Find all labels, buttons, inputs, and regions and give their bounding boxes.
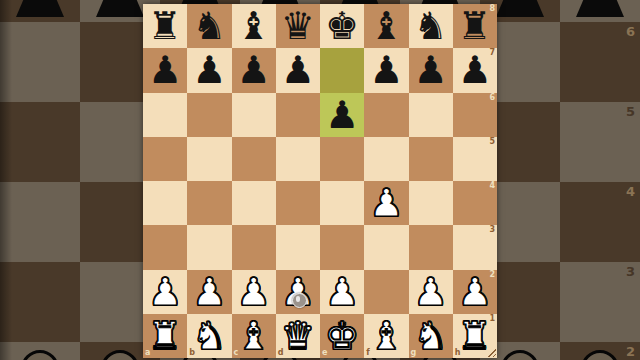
board-square-d1[interactable]: ♛d bbox=[276, 314, 320, 358]
board-square-d6[interactable] bbox=[276, 93, 320, 137]
black-piece-g8[interactable]: ♞ bbox=[414, 7, 448, 45]
black-piece-h7[interactable]: ♟ bbox=[458, 51, 492, 89]
board-square-h6[interactable]: 6 bbox=[453, 93, 497, 137]
white-piece-b2[interactable]: ♟ bbox=[192, 273, 226, 311]
white-piece-f1[interactable]: ♝ bbox=[369, 317, 403, 355]
background-square bbox=[0, 22, 80, 102]
black-piece-f8[interactable]: ♝ bbox=[369, 7, 403, 45]
board-square-f5[interactable] bbox=[364, 137, 408, 181]
board-square-d7[interactable]: ♟ bbox=[276, 48, 320, 92]
black-piece-f7[interactable]: ♟ bbox=[369, 51, 403, 89]
rank-label-2: 2 bbox=[489, 271, 495, 279]
rank-label-6: 6 bbox=[489, 94, 495, 102]
board-square-g6[interactable] bbox=[409, 93, 453, 137]
black-piece-b8[interactable]: ♞ bbox=[192, 7, 226, 45]
rank-label-4: 4 bbox=[489, 182, 495, 190]
white-piece-b1[interactable]: ♞ bbox=[192, 317, 226, 355]
background-rank-label-5: 5 bbox=[626, 105, 635, 118]
board-square-c5[interactable] bbox=[232, 137, 276, 181]
board-resize-handle-icon[interactable] bbox=[487, 348, 496, 357]
background-white-pawn-icon bbox=[501, 350, 539, 360]
board-square-b2[interactable]: ♟ bbox=[187, 270, 231, 314]
board-square-h7[interactable]: ♟7 bbox=[453, 48, 497, 92]
left-edge-vignette bbox=[0, 0, 12, 360]
background-square: 5 bbox=[560, 102, 640, 182]
board-square-h1[interactable]: ♜h1 bbox=[453, 314, 497, 358]
board-square-f4[interactable]: ♟ bbox=[364, 181, 408, 225]
black-piece-e8[interactable]: ♚ bbox=[325, 7, 359, 45]
board-square-f1[interactable]: ♝f bbox=[364, 314, 408, 358]
background-black-pawn-icon bbox=[96, 0, 144, 17]
white-piece-g1[interactable]: ♞ bbox=[414, 317, 448, 355]
grab-cursor-icon bbox=[292, 293, 307, 308]
background-square: 4 bbox=[560, 182, 640, 262]
background-square bbox=[0, 0, 80, 22]
board-square-g1[interactable]: ♞g bbox=[409, 314, 453, 358]
board-square-h4[interactable]: 4 bbox=[453, 181, 497, 225]
background-square bbox=[0, 182, 80, 262]
board-square-c3[interactable] bbox=[232, 225, 276, 269]
file-label-h: h bbox=[455, 349, 461, 357]
board-square-g7[interactable]: ♟ bbox=[409, 48, 453, 92]
board-square-b7[interactable]: ♟ bbox=[187, 48, 231, 92]
board-square-e8[interactable]: ♚ bbox=[320, 4, 364, 48]
board-square-b4[interactable] bbox=[187, 181, 231, 225]
white-piece-g2[interactable]: ♟ bbox=[414, 273, 448, 311]
background-square bbox=[0, 262, 80, 342]
board-square-a3[interactable] bbox=[143, 225, 187, 269]
black-piece-a8[interactable]: ♜ bbox=[148, 7, 182, 45]
board-square-e2[interactable]: ♟ bbox=[320, 270, 364, 314]
black-piece-d8[interactable]: ♛ bbox=[281, 7, 315, 45]
board-square-b1[interactable]: ♞b bbox=[187, 314, 231, 358]
board-square-e3[interactable] bbox=[320, 225, 364, 269]
board-square-c4[interactable] bbox=[232, 181, 276, 225]
board-square-f7[interactable]: ♟ bbox=[364, 48, 408, 92]
chess-board[interactable]: ♜♞♝♛♚♝♞♜8♟♟♟♟♟♟♟7♟65♟43♟♟♟♟♟♟♟2♜a♞b♝c♛d♚… bbox=[143, 4, 497, 358]
board-square-d8[interactable]: ♛ bbox=[276, 4, 320, 48]
background-white-pawn-icon bbox=[21, 350, 59, 360]
board-square-f8[interactable]: ♝ bbox=[364, 4, 408, 48]
board-square-a6[interactable] bbox=[143, 93, 187, 137]
background-black-pawn-icon bbox=[16, 0, 64, 17]
board-square-c2[interactable]: ♟ bbox=[232, 270, 276, 314]
board-square-f3[interactable] bbox=[364, 225, 408, 269]
white-piece-h2[interactable]: ♟ bbox=[458, 273, 492, 311]
board-square-b6[interactable] bbox=[187, 93, 231, 137]
board-square-f2[interactable] bbox=[364, 270, 408, 314]
white-piece-c2[interactable]: ♟ bbox=[237, 273, 271, 311]
board-square-b3[interactable] bbox=[187, 225, 231, 269]
board-square-e7[interactable] bbox=[320, 48, 364, 92]
board-square-e6[interactable]: ♟ bbox=[320, 93, 364, 137]
board-square-a2[interactable]: ♟ bbox=[143, 270, 187, 314]
white-piece-a1[interactable]: ♜ bbox=[148, 317, 182, 355]
background-square: 2 bbox=[560, 342, 640, 360]
file-label-d: d bbox=[278, 349, 284, 357]
file-label-b: b bbox=[189, 349, 195, 357]
board-square-h3[interactable]: 3 bbox=[453, 225, 497, 269]
board-square-g4[interactable] bbox=[409, 181, 453, 225]
black-piece-g7[interactable]: ♟ bbox=[414, 51, 448, 89]
rank-label-5: 5 bbox=[489, 138, 495, 146]
black-piece-a7[interactable]: ♟ bbox=[148, 51, 182, 89]
background-rank-label-3: 3 bbox=[626, 265, 635, 278]
rank-label-3: 3 bbox=[489, 226, 495, 234]
board-square-b8[interactable]: ♞ bbox=[187, 4, 231, 48]
background-square: 6 bbox=[560, 22, 640, 102]
board-square-h5[interactable]: 5 bbox=[453, 137, 497, 181]
background-square: 3 bbox=[560, 262, 640, 342]
white-piece-e2[interactable]: ♟ bbox=[325, 273, 359, 311]
file-label-e: e bbox=[322, 349, 327, 357]
chess-app-screen: 65432 ♜♞♝♛♚♝♞♜8♟♟♟♟♟♟♟7♟65♟43♟♟♟♟♟♟♟2♜a♞… bbox=[0, 0, 640, 360]
board-square-a5[interactable] bbox=[143, 137, 187, 181]
board-square-e1[interactable]: ♚e bbox=[320, 314, 364, 358]
board-square-a1[interactable]: ♜a bbox=[143, 314, 187, 358]
black-piece-e6[interactable]: ♟ bbox=[325, 96, 359, 134]
board-square-d3[interactable] bbox=[276, 225, 320, 269]
board-square-h2[interactable]: ♟2 bbox=[453, 270, 497, 314]
background-square bbox=[560, 0, 640, 22]
board-square-e5[interactable] bbox=[320, 137, 364, 181]
board-square-b5[interactable] bbox=[187, 137, 231, 181]
black-piece-d7[interactable]: ♟ bbox=[281, 51, 315, 89]
file-label-g: g bbox=[411, 349, 417, 357]
white-piece-e1[interactable]: ♚ bbox=[325, 317, 359, 355]
rank-label-7: 7 bbox=[489, 49, 495, 57]
board-square-f6[interactable] bbox=[364, 93, 408, 137]
background-square bbox=[0, 102, 80, 182]
white-piece-f4[interactable]: ♟ bbox=[369, 184, 403, 222]
black-piece-h8[interactable]: ♜ bbox=[458, 7, 492, 45]
file-label-a: a bbox=[145, 349, 150, 357]
board-square-g5[interactable] bbox=[409, 137, 453, 181]
board-square-d4[interactable] bbox=[276, 181, 320, 225]
board-square-d5[interactable] bbox=[276, 137, 320, 181]
board-square-g3[interactable] bbox=[409, 225, 453, 269]
board-square-a4[interactable] bbox=[143, 181, 187, 225]
white-piece-c1[interactable]: ♝ bbox=[237, 317, 271, 355]
black-piece-b7[interactable]: ♟ bbox=[192, 51, 226, 89]
black-piece-c7[interactable]: ♟ bbox=[237, 51, 271, 89]
background-white-pawn-icon bbox=[581, 350, 619, 360]
board-square-c1[interactable]: ♝c bbox=[232, 314, 276, 358]
board-square-c6[interactable] bbox=[232, 93, 276, 137]
white-piece-a2[interactable]: ♟ bbox=[148, 273, 182, 311]
background-rank-label-6: 6 bbox=[626, 25, 635, 38]
board-square-a7[interactable]: ♟ bbox=[143, 48, 187, 92]
file-label-f: f bbox=[366, 349, 369, 357]
black-piece-c8[interactable]: ♝ bbox=[237, 7, 271, 45]
file-label-c: c bbox=[234, 349, 239, 357]
board-square-c8[interactable]: ♝ bbox=[232, 4, 276, 48]
background-rank-label-2: 2 bbox=[626, 345, 635, 358]
board-square-c7[interactable]: ♟ bbox=[232, 48, 276, 92]
background-white-pawn-icon bbox=[101, 350, 139, 360]
board-square-g2[interactable]: ♟ bbox=[409, 270, 453, 314]
background-square bbox=[0, 342, 80, 360]
board-square-g8[interactable]: ♞ bbox=[409, 4, 453, 48]
board-square-a8[interactable]: ♜ bbox=[143, 4, 187, 48]
board-square-e4[interactable] bbox=[320, 181, 364, 225]
rank-label-8: 8 bbox=[489, 5, 495, 13]
white-piece-d1[interactable]: ♛ bbox=[281, 317, 315, 355]
background-black-pawn-icon bbox=[496, 0, 544, 17]
background-black-pawn-icon bbox=[576, 0, 624, 17]
rank-label-1: 1 bbox=[489, 315, 495, 323]
background-rank-label-4: 4 bbox=[626, 185, 635, 198]
board-square-h8[interactable]: ♜8 bbox=[453, 4, 497, 48]
